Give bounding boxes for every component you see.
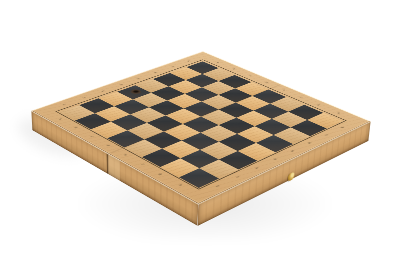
coordinate-mark: 6 xyxy=(307,141,312,143)
square-g2[interactable] xyxy=(180,149,218,167)
coordinate-mark: e xyxy=(281,89,286,91)
coordinate-mark: c xyxy=(248,75,252,77)
coordinate-mark: 2 xyxy=(81,96,86,98)
photo-scene: abcdefgh abcdefgh 87654321 87654321 xyxy=(0,0,400,267)
coordinate-mark: c xyxy=(89,135,94,137)
square-d3[interactable] xyxy=(147,115,183,131)
coordinate-mark: 6 xyxy=(153,71,158,73)
coordinate-mark: 4 xyxy=(272,158,277,161)
square-f4[interactable] xyxy=(200,125,237,142)
coordinate-mark: 7 xyxy=(170,66,175,68)
coordinate-mark: a xyxy=(215,61,219,63)
square-d1[interactable] xyxy=(107,130,144,147)
coordinate-mark: h xyxy=(177,183,183,186)
square-e1[interactable] xyxy=(124,139,162,157)
coordinate-mark: f xyxy=(140,163,145,165)
coordinate-mark: 2 xyxy=(235,175,241,178)
coordinate-mark: g xyxy=(158,173,164,176)
coordinate-mark: 8 xyxy=(339,126,344,128)
coordinate-mark: e xyxy=(123,153,128,155)
coordinate-mark: d xyxy=(105,144,110,146)
square-e3[interactable] xyxy=(164,123,201,140)
square-d2[interactable] xyxy=(127,122,164,139)
square-g3[interactable] xyxy=(200,141,238,159)
square-e4[interactable] xyxy=(183,116,219,132)
coordinate-mark: 3 xyxy=(253,166,258,169)
coordinate-mark: a xyxy=(57,117,62,119)
coordinate-mark: 8 xyxy=(186,60,190,62)
coordinate-mark: 5 xyxy=(136,77,141,79)
square-g6[interactable] xyxy=(255,118,291,134)
coordinate-mark: 1 xyxy=(62,103,67,105)
coordinate-mark: d xyxy=(264,81,269,83)
coordinate-mark: 5 xyxy=(290,149,295,151)
coordinate-mark: f xyxy=(299,96,303,98)
square-f2[interactable] xyxy=(162,140,200,158)
square-h2[interactable] xyxy=(199,159,238,178)
square-f1[interactable] xyxy=(142,148,180,166)
square-g5[interactable] xyxy=(237,126,274,143)
coordinate-mark: h xyxy=(336,112,341,114)
square-h1[interactable] xyxy=(179,168,219,188)
square-b1[interactable] xyxy=(75,113,111,129)
coordinate-mark: 7 xyxy=(323,134,328,136)
coordinate-mark: 3 xyxy=(100,90,105,92)
square-c2[interactable] xyxy=(111,114,147,130)
square-f3[interactable] xyxy=(182,132,219,149)
square-h4[interactable] xyxy=(238,142,276,160)
coordinate-mark: g xyxy=(317,104,322,106)
coordinate-mark: 4 xyxy=(118,83,123,85)
square-f5[interactable] xyxy=(219,117,255,133)
coordinate-mark: b xyxy=(73,126,78,128)
square-e2[interactable] xyxy=(144,131,181,148)
square-c1[interactable] xyxy=(91,121,128,137)
square-g1[interactable] xyxy=(160,158,199,177)
square-h5[interactable] xyxy=(256,134,293,151)
square-h3[interactable] xyxy=(219,151,257,169)
coordinate-mark: 1 xyxy=(215,184,221,187)
coordinate-mark: b xyxy=(231,68,235,70)
square-h6[interactable] xyxy=(274,127,311,144)
square-h7[interactable] xyxy=(291,119,327,135)
square-g4[interactable] xyxy=(219,133,256,150)
